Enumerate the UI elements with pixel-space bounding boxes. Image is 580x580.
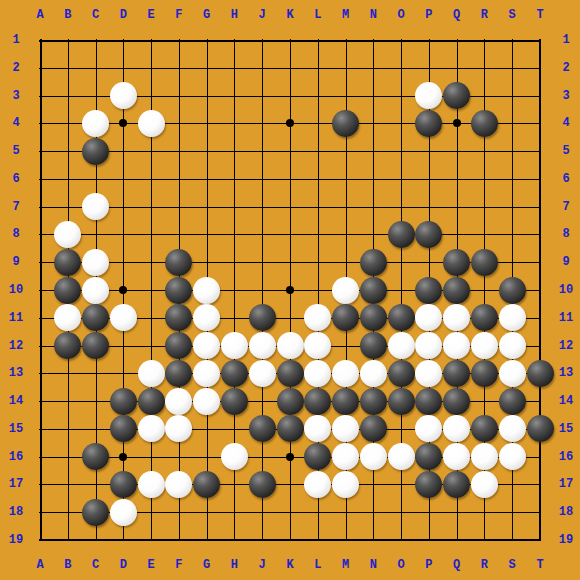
column-label-bottom: J <box>259 559 266 571</box>
stone-black[interactable] <box>165 332 192 359</box>
stone-white[interactable] <box>443 304 470 331</box>
stone-black[interactable] <box>360 415 387 442</box>
column-label-top: J <box>259 9 266 21</box>
stone-black[interactable] <box>360 388 387 415</box>
stone-black[interactable] <box>165 360 192 387</box>
row-label-right: 7 <box>562 201 569 213</box>
column-label-bottom: T <box>536 559 543 571</box>
row-label-left: 1 <box>12 34 19 46</box>
row-label-left: 8 <box>12 228 19 240</box>
stone-black[interactable] <box>388 360 415 387</box>
stone-black[interactable] <box>415 110 442 137</box>
stone-black[interactable] <box>332 388 359 415</box>
stone-white[interactable] <box>415 415 442 442</box>
stone-white[interactable] <box>415 82 442 109</box>
stone-white[interactable] <box>499 443 526 470</box>
star-point <box>453 119 461 127</box>
stone-white[interactable] <box>82 110 109 137</box>
stone-black[interactable] <box>471 249 498 276</box>
stone-black[interactable] <box>165 249 192 276</box>
row-label-right: 3 <box>562 90 569 102</box>
stone-black[interactable] <box>82 332 109 359</box>
row-label-left: 15 <box>9 423 23 435</box>
stone-white[interactable] <box>499 360 526 387</box>
stone-white[interactable] <box>138 471 165 498</box>
column-label-top: T <box>536 9 543 21</box>
row-label-right: 4 <box>562 117 569 129</box>
stone-black[interactable] <box>165 277 192 304</box>
row-label-right: 13 <box>559 367 573 379</box>
row-label-left: 11 <box>9 312 23 324</box>
stone-white[interactable] <box>165 388 192 415</box>
row-label-right: 15 <box>559 423 573 435</box>
stone-black[interactable] <box>471 360 498 387</box>
stone-black[interactable] <box>415 277 442 304</box>
stone-white[interactable] <box>415 304 442 331</box>
column-label-bottom: K <box>286 559 293 571</box>
stone-black[interactable] <box>138 388 165 415</box>
stone-black[interactable] <box>527 360 554 387</box>
star-point <box>119 119 127 127</box>
row-label-right: 6 <box>562 173 569 185</box>
column-label-bottom: S <box>509 559 516 571</box>
row-label-right: 17 <box>559 478 573 490</box>
stone-black[interactable] <box>249 415 276 442</box>
column-label-bottom: G <box>203 559 210 571</box>
column-label-top: F <box>175 9 182 21</box>
stone-white[interactable] <box>415 360 442 387</box>
stone-black[interactable] <box>193 471 220 498</box>
stone-black[interactable] <box>332 110 359 137</box>
stone-black[interactable] <box>304 388 331 415</box>
stone-black[interactable] <box>388 221 415 248</box>
row-label-left: 12 <box>9 340 23 352</box>
stone-black[interactable] <box>360 249 387 276</box>
stone-black[interactable] <box>221 360 248 387</box>
stone-white[interactable] <box>471 443 498 470</box>
column-label-top: O <box>398 9 405 21</box>
column-label-bottom: P <box>425 559 432 571</box>
go-board[interactable]: AABBCCDDEEFFGGHHJJKKLLMMNNOOPPQQRRSSTT11… <box>0 0 580 580</box>
stone-black[interactable] <box>415 443 442 470</box>
row-label-left: 2 <box>12 62 19 74</box>
row-label-left: 10 <box>9 284 23 296</box>
stone-black[interactable] <box>443 249 470 276</box>
column-label-top: S <box>509 9 516 21</box>
stone-black[interactable] <box>443 471 470 498</box>
stone-black[interactable] <box>332 304 359 331</box>
column-label-top: A <box>36 9 43 21</box>
stone-black[interactable] <box>388 388 415 415</box>
stone-white[interactable] <box>332 415 359 442</box>
stone-black[interactable] <box>54 332 81 359</box>
stone-black[interactable] <box>82 499 109 526</box>
stone-black[interactable] <box>499 388 526 415</box>
grid-line-vertical <box>539 39 541 541</box>
column-label-top: C <box>92 9 99 21</box>
stone-white[interactable] <box>332 360 359 387</box>
column-label-bottom: E <box>148 559 155 571</box>
stone-black[interactable] <box>54 249 81 276</box>
stone-black[interactable] <box>304 443 331 470</box>
stone-black[interactable] <box>82 443 109 470</box>
column-label-bottom: M <box>342 559 349 571</box>
stone-black[interactable] <box>360 304 387 331</box>
column-label-bottom: F <box>175 559 182 571</box>
stone-black[interactable] <box>388 304 415 331</box>
star-point <box>286 286 294 294</box>
stone-black[interactable] <box>415 221 442 248</box>
column-label-top: Q <box>453 9 460 21</box>
stone-white[interactable] <box>82 277 109 304</box>
row-label-right: 9 <box>562 256 569 268</box>
stone-white[interactable] <box>193 277 220 304</box>
stone-black[interactable] <box>443 82 470 109</box>
stone-white[interactable] <box>138 415 165 442</box>
stone-black[interactable] <box>54 277 81 304</box>
stone-white[interactable] <box>499 332 526 359</box>
row-label-left: 3 <box>12 90 19 102</box>
stone-black[interactable] <box>527 415 554 442</box>
column-label-top: K <box>286 9 293 21</box>
stone-white[interactable] <box>415 332 442 359</box>
stone-black[interactable] <box>443 360 470 387</box>
stone-black[interactable] <box>277 415 304 442</box>
column-label-bottom: C <box>92 559 99 571</box>
row-label-left: 19 <box>9 534 23 546</box>
column-label-bottom: A <box>36 559 43 571</box>
stone-white[interactable] <box>443 415 470 442</box>
stone-white[interactable] <box>193 332 220 359</box>
stone-black[interactable] <box>221 388 248 415</box>
stone-white[interactable] <box>304 471 331 498</box>
stone-black[interactable] <box>415 388 442 415</box>
column-label-bottom: D <box>120 559 127 571</box>
stone-black[interactable] <box>443 277 470 304</box>
stone-black[interactable] <box>165 304 192 331</box>
row-label-left: 13 <box>9 367 23 379</box>
row-label-right: 11 <box>559 312 573 324</box>
stone-white[interactable] <box>54 221 81 248</box>
stone-black[interactable] <box>277 388 304 415</box>
row-label-right: 8 <box>562 228 569 240</box>
row-label-right: 10 <box>559 284 573 296</box>
column-label-top: P <box>425 9 432 21</box>
stone-white[interactable] <box>82 249 109 276</box>
stone-white[interactable] <box>221 332 248 359</box>
stone-white[interactable] <box>165 415 192 442</box>
column-label-top: L <box>314 9 321 21</box>
stone-black[interactable] <box>360 277 387 304</box>
row-label-left: 18 <box>9 506 23 518</box>
stone-black[interactable] <box>110 388 137 415</box>
stone-white[interactable] <box>138 360 165 387</box>
stone-white[interactable] <box>82 193 109 220</box>
column-label-bottom: L <box>314 559 321 571</box>
stone-white[interactable] <box>249 332 276 359</box>
column-label-top: H <box>231 9 238 21</box>
stone-white[interactable] <box>332 471 359 498</box>
stone-white[interactable] <box>193 304 220 331</box>
stone-white[interactable] <box>499 415 526 442</box>
grid-line-horizontal <box>39 539 541 541</box>
row-label-left: 17 <box>9 478 23 490</box>
row-label-right: 1 <box>562 34 569 46</box>
row-label-left: 4 <box>12 117 19 129</box>
stone-white[interactable] <box>360 443 387 470</box>
stone-white[interactable] <box>443 332 470 359</box>
column-label-top: M <box>342 9 349 21</box>
stone-black[interactable] <box>471 415 498 442</box>
stone-black[interactable] <box>360 332 387 359</box>
star-point <box>286 453 294 461</box>
stone-white[interactable] <box>332 443 359 470</box>
stone-white[interactable] <box>443 443 470 470</box>
stone-black[interactable] <box>443 388 470 415</box>
row-label-right: 5 <box>562 145 569 157</box>
column-label-bottom: Q <box>453 559 460 571</box>
row-label-right: 16 <box>559 451 573 463</box>
column-label-top: G <box>203 9 210 21</box>
stone-black[interactable] <box>249 304 276 331</box>
row-label-left: 16 <box>9 451 23 463</box>
stone-black[interactable] <box>110 415 137 442</box>
row-label-right: 12 <box>559 340 573 352</box>
row-label-left: 14 <box>9 395 23 407</box>
stone-black[interactable] <box>82 138 109 165</box>
stone-black[interactable] <box>499 277 526 304</box>
stone-black[interactable] <box>249 471 276 498</box>
star-point <box>286 119 294 127</box>
column-label-bottom: B <box>64 559 71 571</box>
row-label-right: 2 <box>562 62 569 74</box>
star-point <box>119 286 127 294</box>
stone-white[interactable] <box>388 443 415 470</box>
stone-white[interactable] <box>471 471 498 498</box>
stone-white[interactable] <box>221 443 248 470</box>
stone-white[interactable] <box>304 304 331 331</box>
row-label-left: 5 <box>12 145 19 157</box>
column-label-top: N <box>370 9 377 21</box>
column-label-top: D <box>120 9 127 21</box>
stone-white[interactable] <box>138 110 165 137</box>
stone-white[interactable] <box>277 332 304 359</box>
column-label-bottom: N <box>370 559 377 571</box>
column-label-top: R <box>481 9 488 21</box>
row-label-right: 19 <box>559 534 573 546</box>
stone-black[interactable] <box>415 471 442 498</box>
stone-black[interactable] <box>82 304 109 331</box>
column-label-bottom: H <box>231 559 238 571</box>
row-label-right: 14 <box>559 395 573 407</box>
stone-white[interactable] <box>249 360 276 387</box>
stone-white[interactable] <box>499 304 526 331</box>
stone-white[interactable] <box>110 499 137 526</box>
column-label-bottom: R <box>481 559 488 571</box>
stone-white[interactable] <box>110 304 137 331</box>
stone-black[interactable] <box>277 360 304 387</box>
stone-white[interactable] <box>110 82 137 109</box>
column-label-top: E <box>148 9 155 21</box>
stone-black[interactable] <box>471 304 498 331</box>
row-label-left: 7 <box>12 201 19 213</box>
stone-white[interactable] <box>304 415 331 442</box>
row-label-left: 6 <box>12 173 19 185</box>
stone-white[interactable] <box>360 360 387 387</box>
row-label-left: 9 <box>12 256 19 268</box>
star-point <box>119 453 127 461</box>
stone-black[interactable] <box>110 471 137 498</box>
column-label-bottom: O <box>398 559 405 571</box>
stone-white[interactable] <box>471 332 498 359</box>
stone-white[interactable] <box>54 304 81 331</box>
stone-white[interactable] <box>193 388 220 415</box>
row-label-right: 18 <box>559 506 573 518</box>
stone-white[interactable] <box>388 332 415 359</box>
stone-white[interactable] <box>193 360 220 387</box>
stone-white[interactable] <box>304 332 331 359</box>
stone-white[interactable] <box>304 360 331 387</box>
stone-white[interactable] <box>332 277 359 304</box>
column-label-top: B <box>64 9 71 21</box>
stone-white[interactable] <box>165 471 192 498</box>
stone-black[interactable] <box>471 110 498 137</box>
